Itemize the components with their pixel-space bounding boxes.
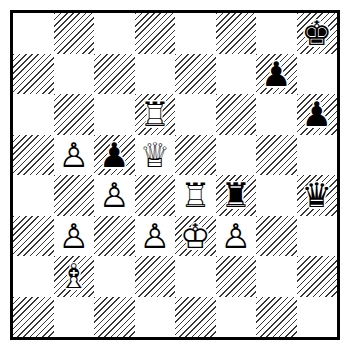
square-e1[interactable] bbox=[175, 297, 216, 338]
square-e7[interactable] bbox=[175, 54, 216, 95]
square-b8[interactable] bbox=[54, 13, 95, 54]
square-f2[interactable] bbox=[216, 256, 257, 297]
square-f6[interactable] bbox=[216, 94, 257, 135]
square-a1[interactable] bbox=[13, 297, 54, 338]
white-pawn-icon: ♟♙ bbox=[54, 216, 95, 257]
square-c2[interactable] bbox=[94, 256, 135, 297]
black-rook-icon: ♜ bbox=[216, 175, 257, 216]
square-e2[interactable] bbox=[175, 256, 216, 297]
square-h7[interactable] bbox=[297, 54, 338, 95]
square-c1[interactable] bbox=[94, 297, 135, 338]
black-piece-glyph: ♜ bbox=[216, 175, 257, 216]
square-h8[interactable]: ♚ bbox=[297, 13, 338, 54]
white-queen-icon: ♛♕ bbox=[135, 135, 176, 176]
square-f8[interactable] bbox=[216, 13, 257, 54]
white-pawn-icon: ♟♙ bbox=[54, 135, 95, 176]
white-piece-outline-layer: ♔ bbox=[175, 216, 216, 257]
square-h6[interactable]: ♟ bbox=[297, 94, 338, 135]
square-e5[interactable] bbox=[175, 135, 216, 176]
square-b4[interactable] bbox=[54, 175, 95, 216]
white-pawn-icon: ♟♙ bbox=[135, 216, 176, 257]
square-b6[interactable] bbox=[54, 94, 95, 135]
square-h3[interactable] bbox=[297, 216, 338, 257]
square-c8[interactable] bbox=[94, 13, 135, 54]
chess-board: ♚♟♜♖♟♟♙♟♛♕♟♙♜♖♜♛♟♙♟♙♚♔♟♙♝♗ bbox=[10, 10, 340, 340]
square-h1[interactable] bbox=[297, 297, 338, 338]
square-g3[interactable] bbox=[256, 216, 297, 257]
square-d5[interactable]: ♛♕ bbox=[135, 135, 176, 176]
square-a6[interactable] bbox=[13, 94, 54, 135]
square-d6[interactable]: ♜♖ bbox=[135, 94, 176, 135]
white-piece-outline-layer: ♙ bbox=[94, 175, 135, 216]
white-piece-outline-layer: ♙ bbox=[135, 216, 176, 257]
square-f5[interactable] bbox=[216, 135, 257, 176]
square-d1[interactable] bbox=[135, 297, 176, 338]
square-a3[interactable] bbox=[13, 216, 54, 257]
white-pawn-icon: ♟♙ bbox=[216, 216, 257, 257]
square-f4[interactable]: ♜ bbox=[216, 175, 257, 216]
square-c5[interactable]: ♟ bbox=[94, 135, 135, 176]
square-a8[interactable] bbox=[13, 13, 54, 54]
square-e8[interactable] bbox=[175, 13, 216, 54]
square-d2[interactable] bbox=[135, 256, 176, 297]
square-a5[interactable] bbox=[13, 135, 54, 176]
white-piece-outline-layer: ♖ bbox=[175, 175, 216, 216]
black-piece-glyph: ♚ bbox=[297, 13, 338, 54]
square-c4[interactable]: ♟♙ bbox=[94, 175, 135, 216]
white-piece-outline-layer: ♕ bbox=[135, 135, 176, 176]
square-b5[interactable]: ♟♙ bbox=[54, 135, 95, 176]
white-rook-icon: ♜♖ bbox=[135, 94, 176, 135]
square-g6[interactable] bbox=[256, 94, 297, 135]
black-piece-glyph: ♟ bbox=[256, 54, 297, 95]
black-pawn-icon: ♟ bbox=[297, 94, 338, 135]
square-d3[interactable]: ♟♙ bbox=[135, 216, 176, 257]
square-b1[interactable] bbox=[54, 297, 95, 338]
white-pawn-icon: ♟♙ bbox=[94, 175, 135, 216]
white-piece-outline-layer: ♙ bbox=[54, 216, 95, 257]
black-queen-icon: ♛ bbox=[297, 175, 338, 216]
square-d8[interactable] bbox=[135, 13, 176, 54]
square-h2[interactable] bbox=[297, 256, 338, 297]
square-g8[interactable] bbox=[256, 13, 297, 54]
white-bishop-icon: ♝♗ bbox=[54, 256, 95, 297]
square-g1[interactable] bbox=[256, 297, 297, 338]
square-d7[interactable] bbox=[135, 54, 176, 95]
square-f1[interactable] bbox=[216, 297, 257, 338]
square-c7[interactable] bbox=[94, 54, 135, 95]
square-c3[interactable] bbox=[94, 216, 135, 257]
square-a7[interactable] bbox=[13, 54, 54, 95]
square-a4[interactable] bbox=[13, 175, 54, 216]
square-e3[interactable]: ♚♔ bbox=[175, 216, 216, 257]
white-piece-outline-layer: ♖ bbox=[135, 94, 176, 135]
square-f7[interactable] bbox=[216, 54, 257, 95]
square-e6[interactable] bbox=[175, 94, 216, 135]
black-piece-glyph: ♟ bbox=[297, 94, 338, 135]
square-b3[interactable]: ♟♙ bbox=[54, 216, 95, 257]
white-piece-outline-layer: ♙ bbox=[54, 135, 95, 176]
white-rook-icon: ♜♖ bbox=[175, 175, 216, 216]
black-piece-glyph: ♟ bbox=[94, 135, 135, 176]
white-piece-outline-layer: ♗ bbox=[54, 256, 95, 297]
black-pawn-icon: ♟ bbox=[256, 54, 297, 95]
square-b7[interactable] bbox=[54, 54, 95, 95]
diagram-margin: ♚♟♜♖♟♟♙♟♛♕♟♙♜♖♜♛♟♙♟♙♚♔♟♙♝♗ bbox=[0, 0, 350, 350]
square-b2[interactable]: ♝♗ bbox=[54, 256, 95, 297]
square-d4[interactable] bbox=[135, 175, 176, 216]
square-e4[interactable]: ♜♖ bbox=[175, 175, 216, 216]
square-a2[interactable] bbox=[13, 256, 54, 297]
square-g4[interactable] bbox=[256, 175, 297, 216]
square-f3[interactable]: ♟♙ bbox=[216, 216, 257, 257]
black-pawn-icon: ♟ bbox=[94, 135, 135, 176]
white-piece-outline-layer: ♙ bbox=[216, 216, 257, 257]
square-c6[interactable] bbox=[94, 94, 135, 135]
square-g7[interactable]: ♟ bbox=[256, 54, 297, 95]
square-g2[interactable] bbox=[256, 256, 297, 297]
square-g5[interactable] bbox=[256, 135, 297, 176]
square-h4[interactable]: ♛ bbox=[297, 175, 338, 216]
square-h5[interactable] bbox=[297, 135, 338, 176]
black-king-icon: ♚ bbox=[297, 13, 338, 54]
black-piece-glyph: ♛ bbox=[297, 175, 338, 216]
white-king-icon: ♚♔ bbox=[175, 216, 216, 257]
